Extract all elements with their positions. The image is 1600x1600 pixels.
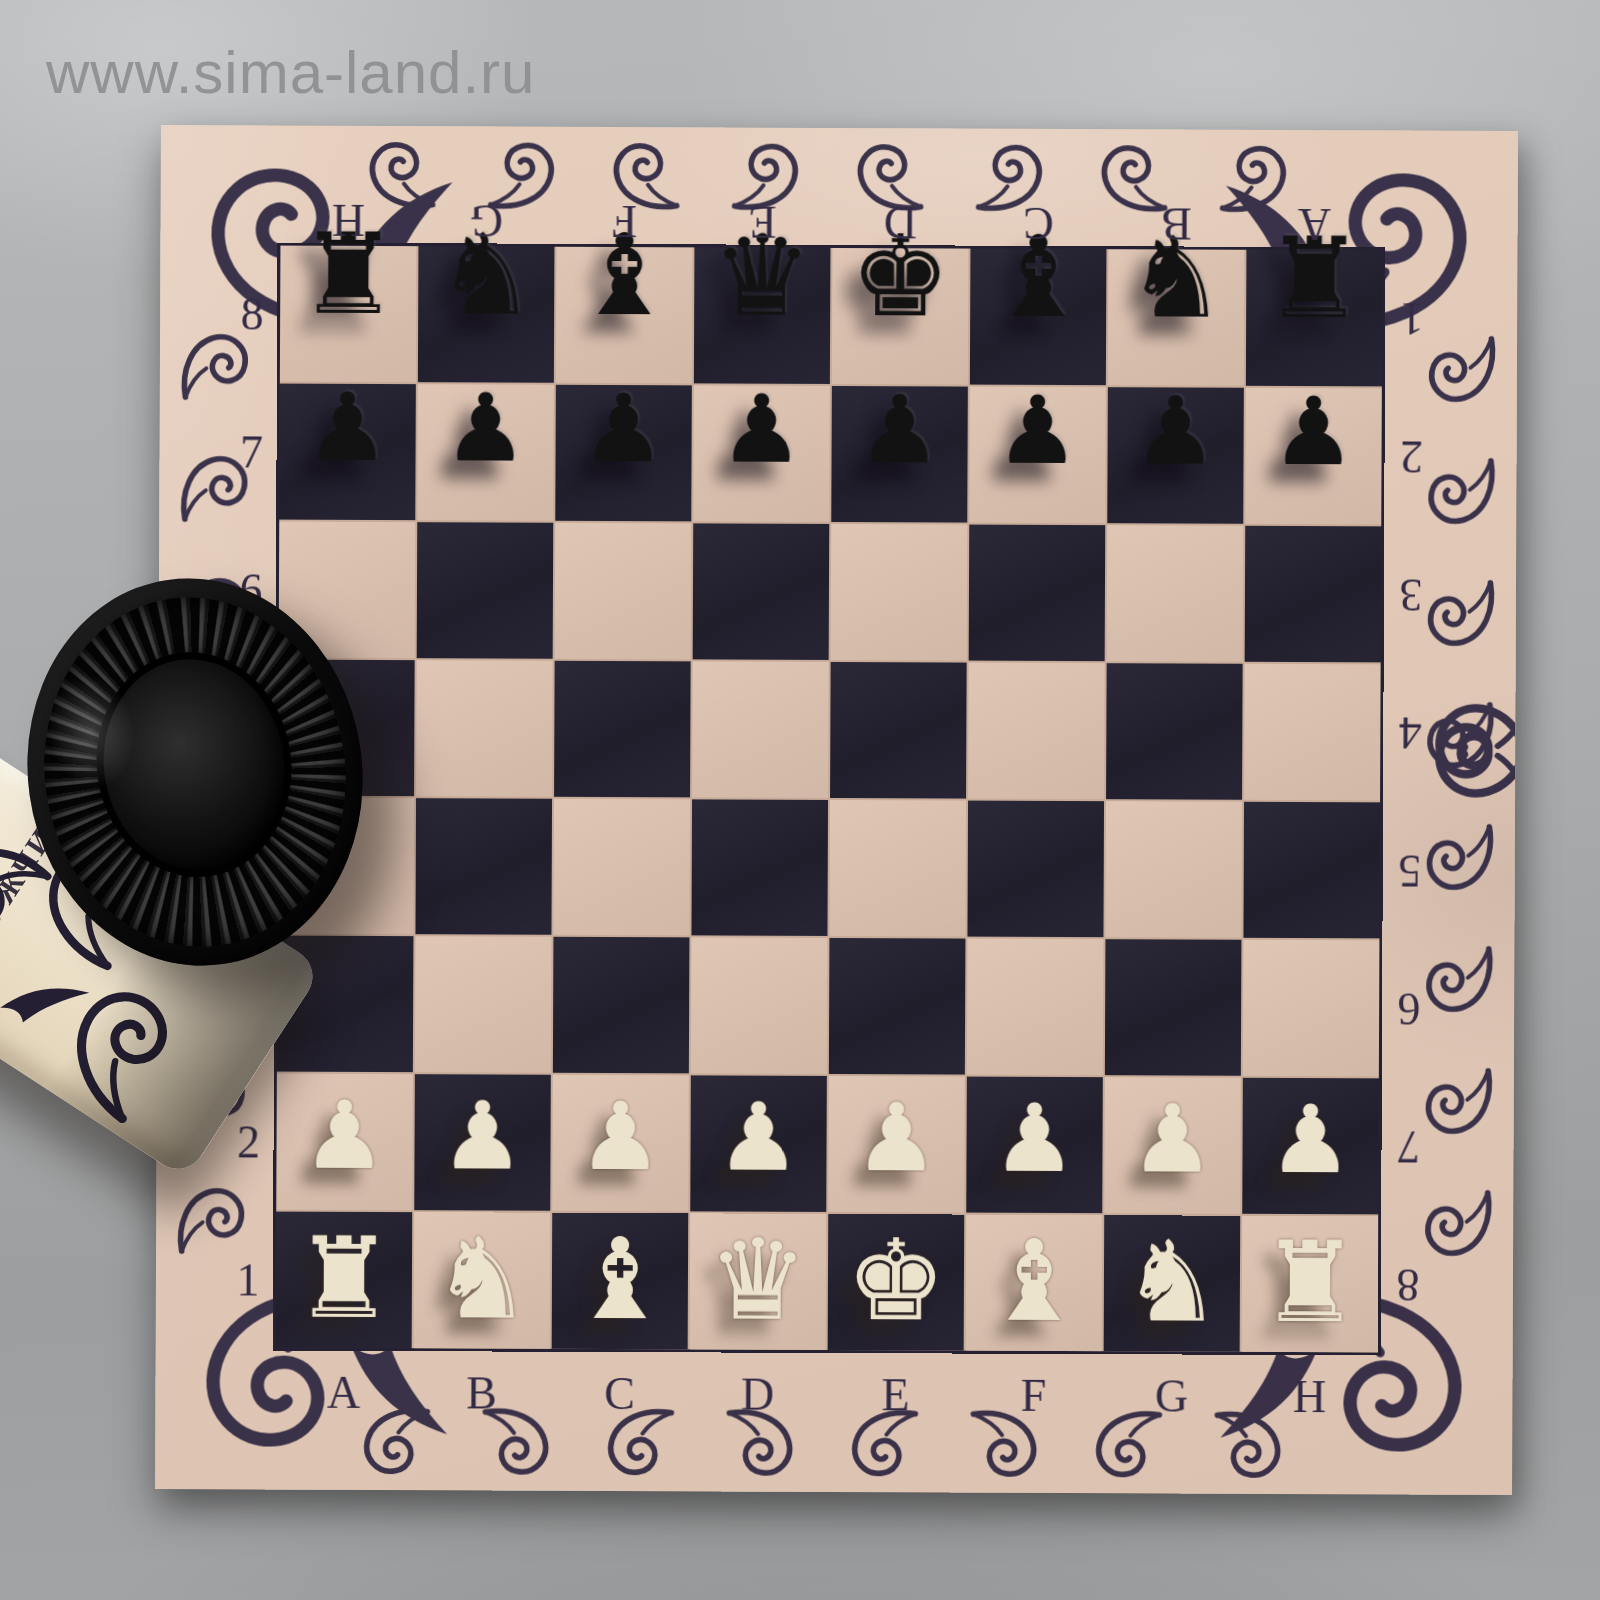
square-c3[interactable] (553, 937, 690, 1074)
piece-white-bishop-f1[interactable]: ♝ (984, 1225, 1085, 1337)
square-c8[interactable]: ♝ (556, 247, 693, 384)
file-label-bottom-C: C (604, 1366, 635, 1419)
square-h6[interactable] (1245, 526, 1382, 663)
piece-black-pawn-g7[interactable]: ♟ (1133, 384, 1218, 478)
piece-black-pawn-f7[interactable]: ♟ (995, 384, 1080, 478)
square-g4[interactable] (1105, 801, 1242, 938)
rank-label-right-1: 1 (1401, 292, 1424, 345)
piece-white-pawn-b2[interactable]: ♟ (440, 1089, 525, 1183)
piece-white-rook-a1[interactable]: ♜ (294, 1222, 395, 1334)
file-label-top-D: D (884, 196, 917, 249)
file-label-bottom-B: B (466, 1366, 497, 1419)
file-label-top-C: C (1023, 196, 1054, 249)
square-h5[interactable] (1244, 664, 1381, 801)
piece-white-pawn-h2[interactable]: ♟ (1268, 1093, 1353, 1187)
square-f7[interactable]: ♟ (969, 387, 1106, 524)
square-d4[interactable] (691, 799, 828, 936)
photo-scene: www.sima-land.ru ♜♞♝♛♚♝♞♜♟♟♟♟♟♟♟♟♟♟♟♟♟♟♟… (0, 0, 1600, 1600)
square-c1[interactable]: ♝ (552, 1213, 689, 1350)
square-d3[interactable] (691, 937, 828, 1074)
file-label-bottom-G: G (1155, 1369, 1188, 1422)
square-f6[interactable] (969, 525, 1106, 662)
piece-white-knight-b1[interactable]: ♞ (432, 1222, 533, 1334)
rank-label-right-2: 2 (1400, 430, 1423, 483)
square-f5[interactable] (968, 663, 1105, 800)
square-a7[interactable]: ♟ (279, 384, 416, 521)
square-c4[interactable] (553, 799, 690, 936)
piece-black-pawn-e7[interactable]: ♟ (857, 383, 942, 477)
rank-label-left-1: 1 (236, 1253, 259, 1306)
square-d6[interactable] (693, 523, 830, 660)
file-label-top-F: F (612, 195, 638, 248)
square-e4[interactable] (829, 800, 966, 937)
square-e1[interactable]: ♚ (828, 1214, 965, 1351)
square-b6[interactable] (417, 522, 554, 659)
square-a2[interactable]: ♟ (276, 1074, 413, 1211)
rank-label-left-7: 7 (240, 425, 263, 478)
square-c6[interactable] (555, 523, 692, 660)
square-g6[interactable] (1107, 525, 1244, 662)
square-f8[interactable]: ♝ (970, 249, 1107, 386)
tube-cap (3, 557, 388, 988)
rank-label-left-8: 8 (241, 287, 264, 340)
file-label-top-B: B (1161, 197, 1192, 250)
piece-black-pawn-d7[interactable]: ♟ (719, 382, 804, 476)
square-b7[interactable]: ♟ (417, 384, 554, 521)
square-h3[interactable] (1243, 940, 1380, 1077)
piece-white-pawn-g2[interactable]: ♟ (1130, 1092, 1215, 1186)
file-label-top-E: E (748, 195, 776, 248)
square-f3[interactable] (967, 939, 1104, 1076)
rank-label-right-4: 4 (1399, 706, 1422, 759)
square-d5[interactable] (692, 661, 829, 798)
file-label-bottom-H: H (1293, 1369, 1326, 1422)
square-a1[interactable]: ♜ (276, 1212, 413, 1349)
square-h7[interactable]: ♟ (1245, 388, 1382, 525)
square-b2[interactable]: ♟ (414, 1074, 551, 1211)
square-h4[interactable] (1243, 802, 1380, 939)
square-g5[interactable] (1106, 663, 1243, 800)
square-d1[interactable]: ♛ (690, 1213, 827, 1350)
square-g8[interactable]: ♞ (1108, 249, 1245, 386)
square-b8[interactable]: ♞ (418, 246, 555, 383)
square-f2[interactable]: ♟ (966, 1077, 1103, 1214)
piece-white-pawn-a2[interactable]: ♟ (302, 1089, 387, 1183)
square-d2[interactable]: ♟ (690, 1075, 827, 1212)
piece-white-pawn-d2[interactable]: ♟ (716, 1090, 801, 1184)
piece-white-pawn-c2[interactable]: ♟ (578, 1090, 663, 1184)
piece-white-bishop-c1[interactable]: ♝ (570, 1223, 671, 1335)
file-label-bottom-E: E (881, 1368, 909, 1421)
square-h8[interactable]: ♜ (1246, 250, 1383, 387)
piece-black-pawn-a7[interactable]: ♟ (305, 381, 390, 475)
piece-white-queen-d1[interactable]: ♛ (708, 1223, 809, 1335)
square-d7[interactable]: ♟ (693, 385, 830, 522)
rank-label-right-6: 6 (1398, 982, 1421, 1035)
square-f4[interactable] (967, 801, 1104, 938)
square-b4[interactable] (415, 798, 552, 935)
piece-white-pawn-e2[interactable]: ♟ (854, 1091, 939, 1185)
coordinate-labels: HGFEDCBAABCDEFGH8765432112345678 (161, 125, 1518, 131)
file-label-top-A: A (1298, 198, 1331, 251)
square-g1[interactable]: ♞ (1104, 1215, 1241, 1352)
square-b3[interactable] (415, 936, 552, 1073)
square-g7[interactable]: ♟ (1107, 387, 1244, 524)
piece-black-pawn-c7[interactable]: ♟ (581, 382, 666, 476)
file-label-bottom-D: D (741, 1367, 774, 1420)
piece-white-pawn-f2[interactable]: ♟ (992, 1092, 1077, 1186)
chess-board: ♜♞♝♛♚♝♞♜♟♟♟♟♟♟♟♟♟♟♟♟♟♟♟♟♜♞♝♛♚♝♞♜ (273, 243, 1386, 1356)
square-e8[interactable]: ♚ (832, 248, 969, 385)
square-c7[interactable]: ♟ (555, 385, 692, 522)
piece-black-pawn-h7[interactable]: ♟ (1271, 385, 1356, 479)
file-label-bottom-F: F (1021, 1368, 1047, 1421)
square-e5[interactable] (830, 662, 967, 799)
square-b5[interactable] (416, 660, 553, 797)
square-e7[interactable]: ♟ (831, 386, 968, 523)
square-g3[interactable] (1105, 939, 1242, 1076)
rank-label-left-2: 2 (237, 1115, 260, 1168)
square-b1[interactable]: ♞ (414, 1212, 551, 1349)
file-label-bottom-A: A (327, 1365, 360, 1418)
piece-white-king-e1[interactable]: ♚ (846, 1224, 947, 1336)
piece-black-pawn-b7[interactable]: ♟ (443, 381, 528, 475)
piece-white-rook-h1[interactable]: ♜ (1259, 1226, 1360, 1338)
square-h1[interactable]: ♜ (1242, 1216, 1379, 1353)
square-e3[interactable] (829, 938, 966, 1075)
piece-white-knight-g1[interactable]: ♞ (1121, 1225, 1222, 1337)
watermark-text: www.sima-land.ru (46, 38, 535, 107)
square-f1[interactable]: ♝ (966, 1215, 1103, 1352)
rank-label-right-7: 7 (1397, 1120, 1420, 1173)
square-e2[interactable]: ♟ (828, 1076, 965, 1213)
rank-label-right-8: 8 (1396, 1258, 1419, 1311)
file-label-top-H: H (332, 193, 365, 246)
square-h2[interactable]: ♟ (1242, 1078, 1379, 1215)
square-a8[interactable]: ♜ (280, 246, 417, 383)
square-c2[interactable]: ♟ (552, 1075, 689, 1212)
square-g2[interactable]: ♟ (1104, 1077, 1241, 1214)
rank-label-right-3: 3 (1399, 568, 1422, 621)
file-label-top-G: G (470, 194, 503, 247)
square-d8[interactable]: ♛ (694, 247, 831, 384)
square-c5[interactable] (554, 661, 691, 798)
square-e6[interactable] (831, 524, 968, 661)
rank-label-right-5: 5 (1398, 844, 1421, 897)
